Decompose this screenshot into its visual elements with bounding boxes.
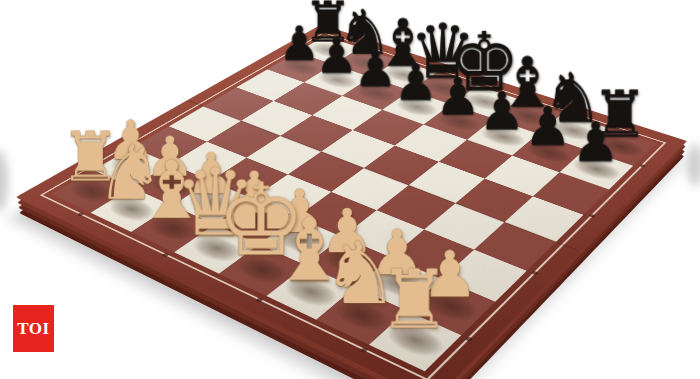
black-pawn[interactable]: ♟ <box>435 72 480 123</box>
board-frame: ♜♞♝♛♚♝♞♜♟♟♟♟♟♟♟♟♟♟♟♟♟♟♟♟♜♞♝♛♚♝♞♜ <box>16 24 687 379</box>
black-pawn-glyph: ♟ <box>524 100 571 153</box>
toi-watermark: TOI <box>13 305 54 352</box>
black-pawn[interactable]: ♟ <box>354 45 398 94</box>
frame-dot <box>162 253 170 258</box>
toi-watermark-label: TOI <box>17 319 49 339</box>
black-pawn-glyph: ♟ <box>315 33 358 81</box>
black-pawn-glyph: ♟ <box>435 72 480 123</box>
edge-blur-artifact <box>687 144 700 186</box>
white-rook-glyph: ♜ <box>378 260 451 341</box>
black-pawn[interactable]: ♟ <box>394 58 439 108</box>
frame-dot <box>639 164 646 168</box>
frame-dot <box>77 212 85 216</box>
board-grid: ♜♞♝♛♚♝♞♜♟♟♟♟♟♟♟♟♟♟♟♟♟♟♟♟♜♞♝♛♚♝♞♜ <box>52 36 656 371</box>
white-rook[interactable]: ♜ <box>378 260 451 341</box>
frame-dot <box>589 214 596 218</box>
black-pawn-glyph: ♟ <box>479 86 525 138</box>
square-h1[interactable]: ♜ <box>369 311 461 371</box>
frame-dot <box>360 347 369 353</box>
frame-dot <box>465 336 473 342</box>
black-pawn-glyph: ♟ <box>572 116 621 170</box>
frame-dot <box>255 297 263 302</box>
frame-dot <box>531 271 539 276</box>
black-pawn-glyph: ♟ <box>279 21 321 68</box>
black-pawn[interactable]: ♟ <box>279 21 321 68</box>
black-pawn[interactable]: ♟ <box>524 100 571 153</box>
black-pawn[interactable]: ♟ <box>572 116 621 170</box>
photo-scene: ♜♞♝♛♚♝♞♜♟♟♟♟♟♟♟♟♟♟♟♟♟♟♟♟♜♞♝♛♚♝♞♜ TOI <box>0 0 700 379</box>
black-pawn-glyph: ♟ <box>394 58 439 108</box>
black-pawn[interactable]: ♟ <box>479 86 525 138</box>
edge-blur-artifact <box>0 150 8 212</box>
black-pawn-glyph: ♟ <box>354 45 398 94</box>
black-pawn[interactable]: ♟ <box>315 33 358 81</box>
chess-board: ♜♞♝♛♚♝♞♜♟♟♟♟♟♟♟♟♟♟♟♟♟♟♟♟♜♞♝♛♚♝♞♜ <box>16 24 687 379</box>
